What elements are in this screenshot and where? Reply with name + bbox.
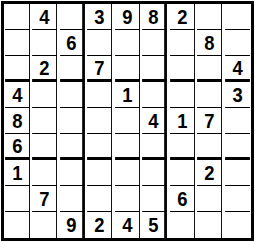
sudoku-cell-empty[interactable] [142,186,167,212]
sudoku-cell-empty[interactable] [60,56,85,82]
sudoku-cell-empty[interactable] [142,134,167,160]
sudoku-cell-empty[interactable] [5,212,30,238]
sudoku-cell-empty[interactable] [87,82,112,108]
sudoku-cell-empty[interactable] [225,134,250,160]
sudoku-cell-empty[interactable] [197,134,222,160]
sudoku-board: 43982682744138417612769245 [1,1,254,241]
sudoku-cell-given: 8 [5,108,30,134]
sudoku-cell-empty[interactable] [5,186,30,212]
sudoku-cell-given: 5 [142,212,167,238]
sudoku-cell-empty[interactable] [142,82,167,108]
sudoku-cell-given: 9 [115,4,140,30]
sudoku-cell-empty[interactable] [33,82,58,108]
sudoku-cell-empty[interactable] [170,56,195,82]
sudoku-cell-empty[interactable] [142,56,167,82]
sudoku-cell-empty[interactable] [115,30,140,56]
sudoku-cell-empty[interactable] [87,160,112,186]
sudoku-cell-given: 2 [170,4,195,30]
sudoku-cell-empty[interactable] [60,160,85,186]
sudoku-cell-empty[interactable] [225,160,250,186]
sudoku-cell-empty[interactable] [33,30,58,56]
sudoku-page: 43982682744138417612769245 [0,0,255,242]
sudoku-cell-empty[interactable] [5,30,30,56]
sudoku-cell-empty[interactable] [87,30,112,56]
sudoku-cell-empty[interactable] [142,160,167,186]
sudoku-cell-given: 3 [225,82,250,108]
sudoku-cell-empty[interactable] [115,134,140,160]
sudoku-cell-empty[interactable] [60,186,85,212]
sudoku-cell-empty[interactable] [170,134,195,160]
sudoku-cell-given: 3 [87,4,112,30]
sudoku-cell-given: 4 [225,56,250,82]
sudoku-cell-empty[interactable] [87,186,112,212]
sudoku-cell-empty[interactable] [87,108,112,134]
sudoku-cell-given: 4 [115,212,140,238]
sudoku-cell-given: 1 [5,160,30,186]
sudoku-cell-given: 2 [33,56,58,82]
sudoku-cell-empty[interactable] [33,108,58,134]
sudoku-cell-empty[interactable] [5,4,30,30]
sudoku-cell-given: 1 [170,108,195,134]
sudoku-cell-given: 7 [87,56,112,82]
sudoku-cell-empty[interactable] [197,56,222,82]
sudoku-cell-given: 6 [5,134,30,160]
sudoku-cell-empty[interactable] [115,160,140,186]
sudoku-cell-empty[interactable] [60,4,85,30]
sudoku-cell-given: 4 [33,4,58,30]
sudoku-cell-empty[interactable] [197,4,222,30]
sudoku-cell-empty[interactable] [197,186,222,212]
sudoku-cell-empty[interactable] [170,212,195,238]
sudoku-cell-empty[interactable] [225,108,250,134]
sudoku-cell-given: 8 [142,4,167,30]
sudoku-cell-given: 8 [197,30,222,56]
sudoku-cell-empty[interactable] [33,212,58,238]
sudoku-cell-empty[interactable] [60,108,85,134]
sudoku-cell-empty[interactable] [142,30,167,56]
sudoku-cell-empty[interactable] [225,30,250,56]
sudoku-cell-empty[interactable] [115,56,140,82]
sudoku-cell-given: 2 [87,212,112,238]
sudoku-cell-given: 7 [33,186,58,212]
sudoku-cell-empty[interactable] [197,82,222,108]
sudoku-cell-given: 4 [142,108,167,134]
sudoku-cell-empty[interactable] [33,134,58,160]
sudoku-cell-empty[interactable] [197,212,222,238]
sudoku-cell-empty[interactable] [115,186,140,212]
sudoku-cell-given: 7 [197,108,222,134]
sudoku-cell-empty[interactable] [170,82,195,108]
sudoku-cell-given: 6 [170,186,195,212]
sudoku-cell-empty[interactable] [5,56,30,82]
sudoku-cell-empty[interactable] [87,134,112,160]
sudoku-cell-given: 2 [197,160,222,186]
sudoku-cell-given: 6 [60,30,85,56]
sudoku-cell-given: 9 [60,212,85,238]
sudoku-cell-empty[interactable] [170,160,195,186]
sudoku-cell-empty[interactable] [225,4,250,30]
sudoku-cell-given: 1 [115,82,140,108]
sudoku-cell-empty[interactable] [170,30,195,56]
sudoku-cell-empty[interactable] [115,108,140,134]
sudoku-cell-empty[interactable] [225,186,250,212]
sudoku-cell-empty[interactable] [60,134,85,160]
sudoku-cell-empty[interactable] [225,212,250,238]
sudoku-cell-given: 4 [5,82,30,108]
sudoku-cell-empty[interactable] [33,160,58,186]
sudoku-cell-empty[interactable] [60,82,85,108]
